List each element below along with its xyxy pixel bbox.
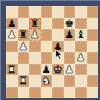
square-e3[interactable]: ♚ xyxy=(52,64,64,76)
square-d1[interactable] xyxy=(41,87,53,99)
piece-white-pawn[interactable]: ♟ xyxy=(18,41,30,53)
square-h4[interactable] xyxy=(87,52,99,64)
square-a1[interactable] xyxy=(6,87,18,99)
square-f5[interactable] xyxy=(64,41,76,53)
square-f6[interactable]: ♟ xyxy=(64,29,76,41)
square-c4[interactable] xyxy=(29,52,41,64)
square-g6[interactable]: ♝ xyxy=(75,29,87,41)
square-b6[interactable]: ♜ xyxy=(18,29,30,41)
square-c2[interactable] xyxy=(29,75,41,87)
square-a2[interactable] xyxy=(6,75,18,87)
piece-white-king[interactable]: ♚ xyxy=(52,64,64,76)
piece-white-pawn[interactable]: ♟ xyxy=(64,64,76,76)
square-e7[interactable] xyxy=(52,18,64,30)
square-d4[interactable] xyxy=(41,52,53,64)
square-e8[interactable] xyxy=(52,6,64,18)
square-g1[interactable] xyxy=(75,87,87,99)
board-frame: ♟♜♚♟♜♟♟♝♟♟♟♜♟♚♟♜♞ xyxy=(0,0,100,100)
square-g2[interactable] xyxy=(75,75,87,87)
square-g4[interactable]: ♟ xyxy=(75,52,87,64)
piece-black-bishop[interactable]: ♝ xyxy=(75,29,87,41)
square-h1[interactable] xyxy=(87,87,99,99)
square-b2[interactable]: ♜ xyxy=(18,75,30,87)
square-f1[interactable] xyxy=(64,87,76,99)
square-h7[interactable] xyxy=(87,18,99,30)
square-c5[interactable] xyxy=(29,41,41,53)
square-h6[interactable] xyxy=(87,29,99,41)
square-h5[interactable] xyxy=(87,41,99,53)
square-a3[interactable]: ♜ xyxy=(6,64,18,76)
square-b4[interactable] xyxy=(18,52,30,64)
square-d7[interactable] xyxy=(41,18,53,30)
piece-white-rook[interactable]: ♜ xyxy=(6,64,18,76)
piece-black-pawn[interactable]: ♟ xyxy=(52,41,64,53)
square-f4[interactable] xyxy=(64,52,76,64)
square-e2[interactable] xyxy=(52,75,64,87)
square-e4[interactable] xyxy=(52,52,64,64)
piece-black-pawn[interactable]: ♟ xyxy=(64,29,76,41)
square-c6[interactable]: ♟ xyxy=(29,29,41,41)
square-d2[interactable]: ♞ xyxy=(41,75,53,87)
square-c1[interactable] xyxy=(29,87,41,99)
square-b1[interactable] xyxy=(18,87,30,99)
square-g8[interactable] xyxy=(75,6,87,18)
square-h8[interactable] xyxy=(87,6,99,18)
piece-black-rook[interactable]: ♜ xyxy=(18,29,30,41)
square-a6[interactable]: ♟ xyxy=(6,29,18,41)
square-d5[interactable] xyxy=(41,41,53,53)
square-g3[interactable] xyxy=(75,64,87,76)
piece-white-pawn[interactable]: ♟ xyxy=(75,52,87,64)
piece-white-pawn[interactable]: ♟ xyxy=(29,29,41,41)
square-f2[interactable] xyxy=(64,75,76,87)
square-b5[interactable]: ♟ xyxy=(18,41,30,53)
square-a4[interactable] xyxy=(6,52,18,64)
square-h2[interactable] xyxy=(87,75,99,87)
square-c3[interactable] xyxy=(29,64,41,76)
square-b8[interactable] xyxy=(18,6,30,18)
square-e5[interactable]: ♟ xyxy=(52,41,64,53)
square-e1[interactable] xyxy=(52,87,64,99)
square-e6[interactable] xyxy=(52,29,64,41)
square-d8[interactable] xyxy=(41,6,53,18)
square-a5[interactable] xyxy=(6,41,18,53)
square-d6[interactable] xyxy=(41,29,53,41)
piece-white-rook[interactable]: ♜ xyxy=(18,75,30,87)
square-h3[interactable] xyxy=(87,64,99,76)
piece-white-pawn[interactable]: ♟ xyxy=(6,29,18,41)
square-a8[interactable] xyxy=(6,6,18,18)
square-f3[interactable]: ♟ xyxy=(64,64,76,76)
square-f8[interactable] xyxy=(64,6,76,18)
piece-white-knight[interactable]: ♞ xyxy=(41,75,53,87)
chess-board[interactable]: ♟♜♚♟♜♟♟♝♟♟♟♜♟♚♟♜♞ xyxy=(6,6,98,98)
square-c8[interactable] xyxy=(29,6,41,18)
